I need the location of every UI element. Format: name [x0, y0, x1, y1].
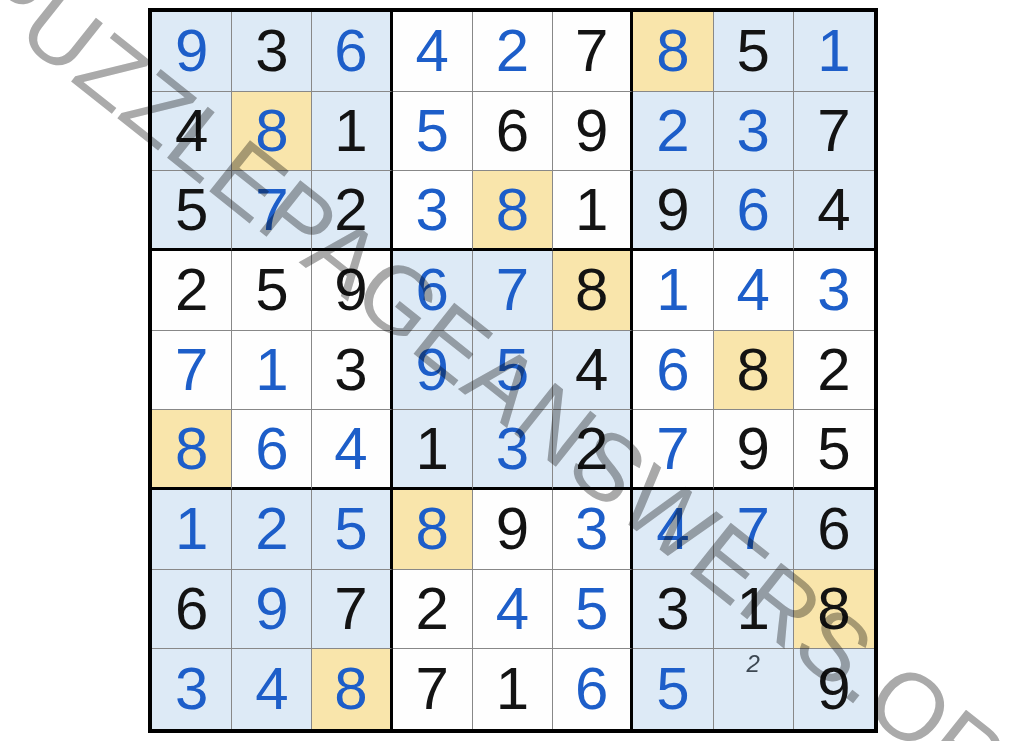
cell-r6c9: 5 [794, 410, 874, 490]
cell-r4c9: 3 [794, 251, 874, 331]
entered-digit: 5 [575, 579, 608, 639]
entered-digit: 4 [496, 579, 529, 639]
entered-digit: 6 [416, 260, 449, 320]
cell-r2c1: 4 [152, 92, 232, 172]
cell-r2c8: 3 [714, 92, 794, 172]
cell-r1c9: 1 [794, 12, 874, 92]
given-digit: 3 [334, 340, 367, 400]
cell-r8c3: 7 [312, 570, 392, 650]
cell-r2c3: 1 [312, 92, 392, 172]
given-digit: 2 [575, 419, 608, 479]
cell-r7c3: 5 [312, 490, 392, 570]
cell-r6c7: 7 [633, 410, 713, 490]
entered-digit: 7 [175, 340, 208, 400]
given-digit: 4 [817, 180, 850, 240]
cell-r5c8: 8 [714, 331, 794, 411]
entered-digit: 6 [575, 659, 608, 719]
given-digit: 8 [736, 340, 769, 400]
cell-r3c7: 9 [633, 171, 713, 251]
given-digit: 4 [175, 101, 208, 161]
cell-r4c7: 1 [633, 251, 713, 331]
entered-digit: 1 [175, 499, 208, 559]
entered-digit: 9 [175, 21, 208, 81]
entered-digit: 3 [496, 419, 529, 479]
given-digit: 7 [416, 659, 449, 719]
entered-digit: 9 [255, 579, 288, 639]
entered-digit: 8 [175, 419, 208, 479]
entered-digit: 8 [416, 499, 449, 559]
entered-digit: 8 [496, 180, 529, 240]
cell-r5c7: 6 [633, 331, 713, 411]
entered-digit: 3 [416, 180, 449, 240]
sudoku-board: 9364278514815692375723819642596781437139… [148, 8, 878, 733]
given-digit: 1 [736, 579, 769, 639]
cell-r9c1: 3 [152, 649, 232, 729]
given-digit: 7 [334, 579, 367, 639]
entered-digit: 5 [656, 659, 689, 719]
cell-r6c1: 8 [152, 410, 232, 490]
entered-digit: 7 [736, 499, 769, 559]
entered-digit: 1 [656, 260, 689, 320]
cell-r9c6: 6 [553, 649, 633, 729]
given-digit: 4 [575, 340, 608, 400]
given-digit: 5 [175, 180, 208, 240]
cell-r1c7: 8 [633, 12, 713, 92]
given-digit: 3 [255, 21, 288, 81]
cell-r5c4: 9 [393, 331, 473, 411]
cell-r8c9: 8 [794, 570, 874, 650]
cell-r8c5: 4 [473, 570, 553, 650]
cell-r1c1: 9 [152, 12, 232, 92]
cell-r9c3: 8 [312, 649, 392, 729]
entered-digit: 3 [817, 260, 850, 320]
given-digit: 3 [656, 579, 689, 639]
cell-r1c4: 4 [393, 12, 473, 92]
given-digit: 6 [817, 499, 850, 559]
entered-digit: 6 [334, 21, 367, 81]
given-digit: 6 [496, 101, 529, 161]
given-digit: 6 [175, 579, 208, 639]
given-digit: 1 [334, 101, 367, 161]
cell-r6c2: 6 [232, 410, 312, 490]
entered-digit: 6 [736, 180, 769, 240]
cell-r2c9: 7 [794, 92, 874, 172]
cell-r7c7: 4 [633, 490, 713, 570]
given-digit: 7 [817, 101, 850, 161]
cell-r7c6: 3 [553, 490, 633, 570]
cell-r5c2: 1 [232, 331, 312, 411]
cell-r2c4: 5 [393, 92, 473, 172]
cell-r4c6: 8 [553, 251, 633, 331]
cell-r7c1: 1 [152, 490, 232, 570]
cell-r1c3: 6 [312, 12, 392, 92]
entered-digit: 3 [575, 499, 608, 559]
cell-r5c6: 4 [553, 331, 633, 411]
given-digit: 1 [575, 180, 608, 240]
cell-r9c5: 1 [473, 649, 553, 729]
given-digit: 9 [656, 180, 689, 240]
entered-digit: 2 [496, 21, 529, 81]
cell-r2c6: 9 [553, 92, 633, 172]
entered-digit: 4 [416, 21, 449, 81]
entered-digit: 7 [496, 260, 529, 320]
cell-r3c6: 1 [553, 171, 633, 251]
entered-digit: 4 [656, 499, 689, 559]
cell-r4c8: 4 [714, 251, 794, 331]
given-digit: 9 [736, 419, 769, 479]
given-digit: 9 [334, 260, 367, 320]
given-digit: 2 [175, 260, 208, 320]
cell-r5c3: 3 [312, 331, 392, 411]
cell-r7c8: 7 [714, 490, 794, 570]
cell-r8c6: 5 [553, 570, 633, 650]
cell-r2c5: 6 [473, 92, 553, 172]
entered-digit: 7 [255, 180, 288, 240]
entered-digit: 8 [255, 101, 288, 161]
entered-digit: 8 [656, 21, 689, 81]
entered-digit: 6 [255, 419, 288, 479]
cell-r9c9: 9 [794, 649, 874, 729]
cell-r9c8: 2 [714, 649, 794, 729]
cell-r1c2: 3 [232, 12, 312, 92]
entered-digit: 5 [416, 101, 449, 161]
cell-r5c9: 2 [794, 331, 874, 411]
cell-r7c4: 8 [393, 490, 473, 570]
cell-r4c1: 2 [152, 251, 232, 331]
cell-r3c5: 8 [473, 171, 553, 251]
entered-digit: 1 [255, 340, 288, 400]
given-digit: 9 [575, 101, 608, 161]
cell-r3c3: 2 [312, 171, 392, 251]
given-digit: 5 [817, 419, 850, 479]
cell-r3c8: 6 [714, 171, 794, 251]
cell-r8c2: 9 [232, 570, 312, 650]
given-digit: 7 [575, 21, 608, 81]
given-digit: 1 [496, 659, 529, 719]
cell-r6c8: 9 [714, 410, 794, 490]
given-digit: 2 [817, 340, 850, 400]
entered-digit: 5 [334, 499, 367, 559]
cell-r7c5: 9 [473, 490, 553, 570]
given-digit: 8 [575, 260, 608, 320]
given-digit: 9 [817, 659, 850, 719]
cell-r9c7: 5 [633, 649, 713, 729]
entered-digit: 5 [496, 340, 529, 400]
cell-r6c4: 1 [393, 410, 473, 490]
cell-r2c7: 2 [633, 92, 713, 172]
cell-r6c5: 3 [473, 410, 553, 490]
entered-digit: 4 [334, 419, 367, 479]
cell-r3c2: 7 [232, 171, 312, 251]
cell-r3c9: 4 [794, 171, 874, 251]
cell-r6c6: 2 [553, 410, 633, 490]
pencil-mark: 2 [746, 652, 759, 676]
given-digit: 5 [255, 260, 288, 320]
cell-r2c2: 8 [232, 92, 312, 172]
cell-r9c2: 4 [232, 649, 312, 729]
puzzle-page: 9364278514815692375723819642596781437139… [0, 0, 1024, 741]
cell-r1c6: 7 [553, 12, 633, 92]
given-digit: 8 [817, 579, 850, 639]
entered-digit: 2 [656, 101, 689, 161]
cell-r4c3: 9 [312, 251, 392, 331]
entered-digit: 7 [656, 419, 689, 479]
entered-digit: 1 [817, 21, 850, 81]
entered-digit: 3 [736, 101, 769, 161]
cell-r4c2: 5 [232, 251, 312, 331]
entered-digit: 4 [255, 659, 288, 719]
cell-r8c8: 1 [714, 570, 794, 650]
entered-digit: 3 [175, 659, 208, 719]
given-digit: 2 [416, 579, 449, 639]
cell-r8c4: 2 [393, 570, 473, 650]
given-digit: 1 [416, 419, 449, 479]
cell-r6c3: 4 [312, 410, 392, 490]
cell-r4c4: 6 [393, 251, 473, 331]
cell-r8c1: 6 [152, 570, 232, 650]
entered-digit: 6 [656, 340, 689, 400]
cell-r5c1: 7 [152, 331, 232, 411]
cell-r7c2: 2 [232, 490, 312, 570]
given-digit: 2 [334, 180, 367, 240]
cell-r4c5: 7 [473, 251, 553, 331]
given-digit: 9 [496, 499, 529, 559]
cell-r7c9: 6 [794, 490, 874, 570]
entered-digit: 8 [334, 659, 367, 719]
cell-r3c4: 3 [393, 171, 473, 251]
cell-r3c1: 5 [152, 171, 232, 251]
entered-digit: 2 [255, 499, 288, 559]
cell-r8c7: 3 [633, 570, 713, 650]
entered-digit: 9 [416, 340, 449, 400]
cell-r1c5: 2 [473, 12, 553, 92]
entered-digit: 4 [736, 260, 769, 320]
cell-r1c8: 5 [714, 12, 794, 92]
cell-r5c5: 5 [473, 331, 553, 411]
given-digit: 5 [736, 21, 769, 81]
cell-r9c4: 7 [393, 649, 473, 729]
